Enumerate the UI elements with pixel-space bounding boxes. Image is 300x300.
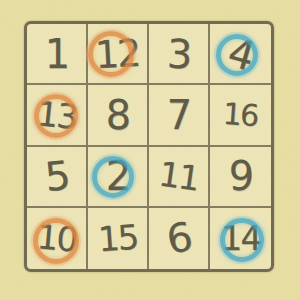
- grid-cell-r4c1[interactable]: 10: [27, 208, 88, 269]
- cell-number: 6: [163, 217, 193, 260]
- cell-number: 3: [166, 33, 191, 74]
- cell-number: 12: [94, 33, 140, 73]
- grid-cell-r1c3[interactable]: 3: [149, 24, 210, 85]
- cell-number: 1: [45, 34, 68, 74]
- cell-number: 13: [35, 96, 78, 134]
- bingo-grid: 11234138716521191015614: [24, 21, 274, 272]
- grid-cell-r4c3[interactable]: 6: [149, 208, 210, 269]
- cell-number: 14: [221, 221, 260, 255]
- grid-cell-r4c4[interactable]: 14: [210, 208, 271, 269]
- cell-number: 15: [97, 220, 139, 257]
- grid-cell-r2c4[interactable]: 16: [210, 85, 271, 146]
- grid-cell-r3c1[interactable]: 5: [27, 147, 88, 208]
- cell-number: 11: [157, 157, 201, 196]
- grid-cell-r1c2[interactable]: 12: [88, 24, 149, 85]
- paper-background: 11234138716521191015614: [0, 0, 300, 300]
- grid-cell-r4c2[interactable]: 15: [88, 208, 149, 269]
- cell-number: 7: [167, 95, 190, 135]
- cell-number: 9: [229, 156, 252, 196]
- grid-cell-r2c3[interactable]: 7: [149, 85, 210, 146]
- cell-number: 10: [35, 220, 77, 257]
- grid-cell-r3c3[interactable]: 11: [149, 147, 210, 208]
- cell-number: 16: [222, 99, 258, 131]
- cell-number: 8: [106, 95, 129, 135]
- grid-cell-r1c4[interactable]: 4: [210, 24, 271, 85]
- grid-cell-r2c2[interactable]: 8: [88, 85, 149, 146]
- cell-number: 4: [224, 31, 258, 76]
- grid-cell-r1c1[interactable]: 1: [27, 24, 88, 85]
- grid-cell-r2c1[interactable]: 13: [27, 85, 88, 146]
- cell-number: 2: [106, 156, 129, 196]
- grid-cell-r3c4[interactable]: 9: [210, 147, 271, 208]
- cell-number: 5: [43, 155, 71, 197]
- grid-cell-r3c2[interactable]: 2: [88, 147, 149, 208]
